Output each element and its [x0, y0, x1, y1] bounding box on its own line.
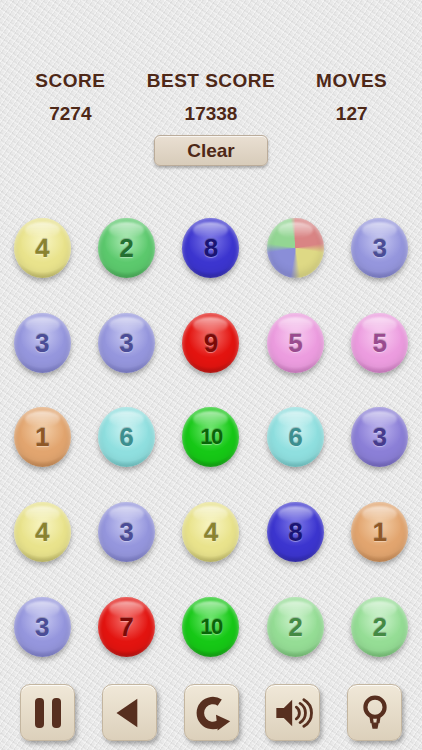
score-stat: SCORE 7274: [0, 70, 141, 125]
bubble-number: 2: [288, 614, 302, 640]
bubble-number: 10: [200, 426, 221, 448]
bubble-blue-8[interactable]: 8: [182, 218, 239, 278]
score-panel: SCORE 7274 BEST SCORE 17338 MOVES 127: [0, 70, 422, 125]
toolbar: [0, 684, 422, 741]
speaker-icon: [273, 693, 313, 733]
bubble-number: 7: [119, 614, 133, 640]
bubble-number: 4: [35, 519, 49, 545]
bubble-yellow-4[interactable]: 4: [14, 502, 71, 562]
bubble-number: 3: [35, 330, 49, 356]
bubble-wildcard[interactable]: [267, 218, 324, 278]
bubble-number: 3: [373, 424, 387, 450]
bubble-number: 5: [288, 330, 302, 356]
bubble-cyan-6[interactable]: 6: [98, 407, 155, 467]
bubble-green-2[interactable]: 2: [98, 218, 155, 278]
bubble-number: 8: [204, 235, 218, 261]
bubble-yellow-4[interactable]: 4: [14, 218, 71, 278]
bubble-number: 5: [373, 330, 387, 356]
bubble-brightgreen-10[interactable]: 10: [182, 597, 239, 657]
bubble-orange-1[interactable]: 1: [351, 502, 408, 562]
bubble-periwinkle-3[interactable]: 3: [98, 313, 155, 373]
bubble-number: 9: [204, 330, 218, 356]
bubble-periwinkle-3[interactable]: 3: [98, 502, 155, 562]
bubble-red-9[interactable]: 9: [182, 313, 239, 373]
best-score-value: 17338: [141, 103, 282, 125]
sound-button[interactable]: [265, 684, 320, 741]
clear-button[interactable]: Clear: [154, 135, 268, 166]
hint-button[interactable]: [347, 684, 402, 741]
bubble-number: 3: [35, 614, 49, 640]
moves-label: MOVES: [281, 70, 422, 92]
bubble-orange-1[interactable]: 1: [14, 407, 71, 467]
bubble-number: 4: [35, 235, 49, 261]
bubble-periwinkle-3[interactable]: 3: [14, 313, 71, 373]
bubble-number: 6: [119, 424, 133, 450]
game-screen: SCORE 7274 BEST SCORE 17338 MOVES 127 Cl…: [0, 0, 422, 750]
refresh-arrow-icon: [191, 693, 231, 733]
best-score-label: BEST SCORE: [141, 70, 282, 92]
bubble-number: 3: [119, 519, 133, 545]
bubble-yellow-4[interactable]: 4: [182, 502, 239, 562]
bubble-lightgreen-2[interactable]: 2: [351, 597, 408, 657]
bubble-pink-5[interactable]: 5: [267, 313, 324, 373]
moves-stat: MOVES 127: [281, 70, 422, 125]
bubble-blue-8[interactable]: 8: [267, 502, 324, 562]
restart-button[interactable]: [184, 684, 239, 741]
bubble-lightgreen-2[interactable]: 2: [267, 597, 324, 657]
bubble-number: 1: [373, 519, 387, 545]
bubble-number: 3: [119, 330, 133, 356]
pause-icon: [35, 698, 61, 728]
bubble-periwinkle-3[interactable]: 3: [351, 218, 408, 278]
bubble-number: 1: [35, 424, 49, 450]
pause-button[interactable]: [20, 684, 75, 741]
bubble-periwinkle-3[interactable]: 3: [14, 597, 71, 657]
lightbulb-icon: [355, 693, 395, 733]
back-triangle-icon: [109, 693, 149, 733]
bubble-number: 2: [373, 614, 387, 640]
moves-value: 127: [281, 103, 422, 125]
bubble-purple-3[interactable]: 3: [351, 407, 408, 467]
bubble-number: 3: [373, 235, 387, 261]
best-score-stat: BEST SCORE 17338: [141, 70, 282, 125]
back-button[interactable]: [102, 684, 157, 741]
score-value: 7274: [0, 103, 141, 125]
bubble-number: 4: [204, 519, 218, 545]
bubble-number: 8: [288, 519, 302, 545]
bubble-number: 6: [288, 424, 302, 450]
score-label: SCORE: [0, 70, 141, 92]
bubble-number: 2: [119, 235, 133, 261]
bubble-red-7[interactable]: 7: [98, 597, 155, 657]
bubble-cyan-6[interactable]: 6: [267, 407, 324, 467]
bubble-pink-5[interactable]: 5: [351, 313, 408, 373]
board: 42833395516106343481371022: [0, 201, 422, 674]
bubble-brightgreen-10[interactable]: 10: [182, 407, 239, 467]
bubble-number: 10: [200, 616, 221, 638]
